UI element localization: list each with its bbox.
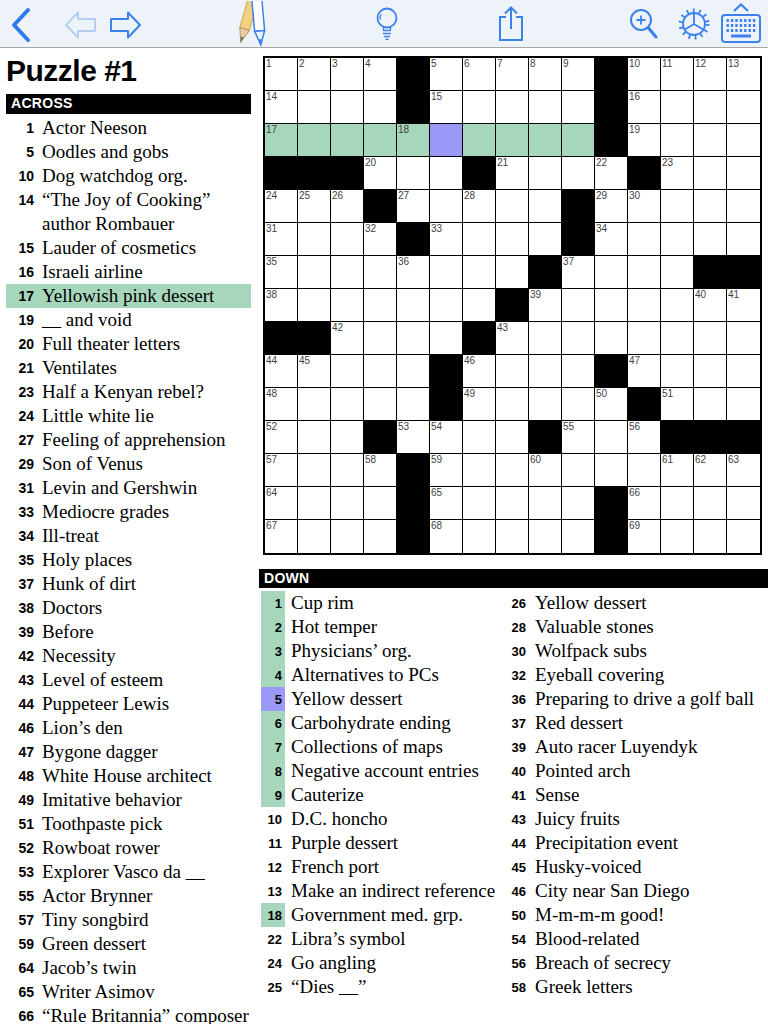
grid-cell[interactable] <box>562 322 595 355</box>
grid-cell[interactable] <box>727 124 760 157</box>
clue-9-down[interactable]: 9Cauterize <box>259 783 503 807</box>
grid-cell[interactable] <box>496 487 529 520</box>
clue-24-down[interactable]: 24Go angling <box>259 951 503 975</box>
grid-cell[interactable] <box>496 388 529 421</box>
grid-cell[interactable] <box>298 454 331 487</box>
grid-cell[interactable] <box>364 487 397 520</box>
clue-39-across[interactable]: 39Before <box>6 620 251 644</box>
grid-cell[interactable] <box>694 355 727 388</box>
grid-cell[interactable] <box>496 421 529 454</box>
grid-cell[interactable] <box>694 520 727 553</box>
grid-cell[interactable] <box>496 454 529 487</box>
clue-number: 30 <box>505 639 529 663</box>
grid-cell[interactable]: 36 <box>397 256 430 289</box>
grid-cell[interactable] <box>463 91 496 124</box>
grid-cell[interactable] <box>496 124 529 157</box>
redo-button[interactable] <box>108 10 142 43</box>
grid-cell[interactable] <box>628 289 661 322</box>
grid-cell[interactable]: 61 <box>661 454 694 487</box>
grid-cell[interactable] <box>364 91 397 124</box>
grid-cell[interactable] <box>463 124 496 157</box>
clue-4-down[interactable]: 4Alternatives to PCs <box>259 663 503 687</box>
gear-icon <box>675 5 713 43</box>
grid-cell[interactable] <box>595 256 628 289</box>
grid-cell[interactable]: 16 <box>628 91 661 124</box>
grid-cell[interactable] <box>463 256 496 289</box>
grid-cell[interactable]: 49 <box>463 388 496 421</box>
clue-48-across[interactable]: 48White House architect <box>6 764 251 788</box>
grid-cell[interactable]: 46 <box>463 355 496 388</box>
grid-cell[interactable] <box>496 355 529 388</box>
grid-cell[interactable] <box>430 124 463 157</box>
clue-33-across[interactable]: 33Mediocre grades <box>6 500 251 524</box>
grid-cell[interactable]: 31 <box>265 223 298 256</box>
grid-cell[interactable] <box>463 454 496 487</box>
grid-cell[interactable] <box>397 322 430 355</box>
clue-35-across[interactable]: 35Holy places <box>6 548 251 572</box>
clue-47-across[interactable]: 47Bygone dagger <box>6 740 251 764</box>
cell-number: 31 <box>266 223 277 235</box>
grid-cell[interactable] <box>298 487 331 520</box>
grid-cell[interactable] <box>298 91 331 124</box>
grid-cell-black <box>694 421 727 454</box>
down-header-label: DOWN <box>264 570 310 586</box>
keyboard-button[interactable] <box>720 3 762 48</box>
clue-text: Full theater letters <box>42 333 180 354</box>
grid-cell[interactable]: 34 <box>595 223 628 256</box>
cell-number: 58 <box>365 454 376 466</box>
grid-cell[interactable] <box>496 223 529 256</box>
grid-cell[interactable]: 60 <box>529 454 562 487</box>
grid-cell[interactable] <box>463 487 496 520</box>
grid-cell[interactable] <box>529 124 562 157</box>
grid-cell[interactable] <box>529 190 562 223</box>
clue-17-across[interactable]: 17Yellowish pink dessert <box>6 284 251 308</box>
clue-46-across[interactable]: 46Lion’s den <box>6 716 251 740</box>
clue-text: Writer Asimov <box>42 981 155 1002</box>
grid-cell[interactable] <box>562 454 595 487</box>
hint-button[interactable] <box>373 6 401 47</box>
grid-cell[interactable]: 17 <box>265 124 298 157</box>
grid-cell[interactable] <box>661 124 694 157</box>
cell-number: 60 <box>530 454 541 466</box>
grid-cell[interactable]: 54 <box>430 421 463 454</box>
clue-11-down[interactable]: 11Purple dessert <box>259 831 503 855</box>
grid-cell[interactable] <box>661 223 694 256</box>
clue-1-across[interactable]: 1Actor Neeson <box>6 116 251 140</box>
clue-55-across[interactable]: 55Actor Brynner <box>6 884 251 908</box>
grid-cell[interactable] <box>463 223 496 256</box>
grid-cell[interactable] <box>430 256 463 289</box>
grid-cell[interactable]: 13 <box>727 58 760 91</box>
clue-number: 44 <box>6 692 34 717</box>
clue-41-down[interactable]: 41Sense <box>503 783 768 807</box>
grid-cell[interactable] <box>529 157 562 190</box>
grid-cell[interactable]: 48 <box>265 388 298 421</box>
grid-cell[interactable]: 32 <box>364 223 397 256</box>
clue-52-across[interactable]: 52Rowboat rower <box>6 836 251 860</box>
grid-cell[interactable] <box>694 388 727 421</box>
clue-30-down[interactable]: 30Wolfpack subs <box>503 639 768 663</box>
clue-number: 9 <box>261 783 285 807</box>
grid-cell[interactable] <box>694 223 727 256</box>
clue-28-down[interactable]: 28Valuable stones <box>503 615 768 639</box>
clue-number: 13 <box>261 879 285 903</box>
clue-56-down[interactable]: 56Breach of secrecy <box>503 951 768 975</box>
clue-43-across[interactable]: 43Level of esteem <box>6 668 251 692</box>
grid-cell[interactable]: 57 <box>265 454 298 487</box>
grid-cell[interactable] <box>694 91 727 124</box>
grid-cell[interactable] <box>331 421 364 454</box>
clue-44-down[interactable]: 44Precipitation event <box>503 831 768 855</box>
grid-cell[interactable]: 29 <box>595 190 628 223</box>
grid-cell[interactable] <box>430 289 463 322</box>
grid-cell[interactable]: 64 <box>265 487 298 520</box>
clue-37-down[interactable]: 37Red dessert <box>503 711 768 735</box>
grid-cell[interactable] <box>628 256 661 289</box>
clue-29-across[interactable]: 29Son of Venus <box>6 452 251 476</box>
grid-cell[interactable] <box>364 256 397 289</box>
grid-cell[interactable] <box>562 289 595 322</box>
cell-number: 20 <box>365 157 376 169</box>
undo-button[interactable] <box>64 10 98 43</box>
grid-cell[interactable]: 67 <box>265 520 298 553</box>
grid-cell[interactable] <box>529 520 562 553</box>
grid-cell[interactable] <box>628 454 661 487</box>
grid-cell[interactable] <box>298 223 331 256</box>
clue-text: Juicy fruits <box>535 808 620 829</box>
grid-cell[interactable]: 12 <box>694 58 727 91</box>
grid-cell[interactable] <box>694 157 727 190</box>
clue-23-across[interactable]: 23Half a Kenyan rebel? <box>6 380 251 404</box>
clue-58-down[interactable]: 58Greek letters <box>503 975 768 999</box>
grid-cell[interactable]: 35 <box>265 256 298 289</box>
grid-cell[interactable]: 6 <box>463 58 496 91</box>
grid-cell[interactable] <box>364 520 397 553</box>
grid-cell[interactable] <box>661 256 694 289</box>
grid-cell[interactable]: 62 <box>694 454 727 487</box>
clue-36-down[interactable]: 36Preparing to drive a golf ball <box>503 687 768 711</box>
grid-cell[interactable] <box>331 124 364 157</box>
grid-cell[interactable]: 41 <box>727 289 760 322</box>
grid-cell[interactable]: 24 <box>265 190 298 223</box>
clue-16-across[interactable]: 16Israeli airline <box>6 260 251 284</box>
grid-cell[interactable] <box>529 223 562 256</box>
share-button[interactable] <box>496 5 526 46</box>
zoom-button[interactable] <box>628 7 660 44</box>
grid-cell[interactable]: 65 <box>430 487 463 520</box>
clue-8-down[interactable]: 8Negative account entries <box>259 759 503 783</box>
grid-cell[interactable] <box>562 487 595 520</box>
grid-cell[interactable]: 38 <box>265 289 298 322</box>
grid-cell[interactable] <box>562 355 595 388</box>
grid-cell[interactable]: 42 <box>331 322 364 355</box>
grid-cell-black <box>397 58 430 91</box>
grid-cell[interactable] <box>694 322 727 355</box>
clue-37-across[interactable]: 37Hunk of dirt <box>6 572 251 596</box>
grid-cell[interactable]: 58 <box>364 454 397 487</box>
clue-26-down[interactable]: 26Yellow dessert <box>503 591 768 615</box>
grid-cell[interactable] <box>628 223 661 256</box>
grid-cell[interactable] <box>397 289 430 322</box>
grid-cell[interactable] <box>694 124 727 157</box>
grid-cell[interactable] <box>298 421 331 454</box>
grid-cell[interactable] <box>529 91 562 124</box>
grid-cell[interactable] <box>562 91 595 124</box>
grid-cell[interactable]: 2 <box>298 58 331 91</box>
clue-53-across[interactable]: 53Explorer Vasco da __ <box>6 860 251 884</box>
grid-cell[interactable] <box>397 388 430 421</box>
clue-2-down[interactable]: 2Hot temper <box>259 615 503 639</box>
clue-43-down[interactable]: 43Juicy fruits <box>503 807 768 831</box>
grid-cell[interactable] <box>694 487 727 520</box>
grid-cell[interactable]: 22 <box>595 157 628 190</box>
grid-cell[interactable]: 50 <box>595 388 628 421</box>
grid-cell[interactable]: 18 <box>397 124 430 157</box>
grid-cell[interactable] <box>463 289 496 322</box>
grid-cell[interactable] <box>727 355 760 388</box>
clue-64-across[interactable]: 64Jacob’s twin <box>6 956 251 980</box>
grid-cell[interactable] <box>496 190 529 223</box>
clue-12-down[interactable]: 12French port <box>259 855 503 879</box>
grid-cell[interactable] <box>298 124 331 157</box>
grid-cell[interactable] <box>496 91 529 124</box>
clue-number: 65 <box>6 980 34 1005</box>
grid-cell[interactable]: 15 <box>430 91 463 124</box>
clue-13-down[interactable]: 13Make an indirect reference <box>259 879 503 903</box>
grid-cell[interactable] <box>331 487 364 520</box>
grid-cell[interactable]: 11 <box>661 58 694 91</box>
grid-cell[interactable]: 66 <box>628 487 661 520</box>
grid-cell[interactable] <box>298 289 331 322</box>
cell-number: 14 <box>266 91 277 103</box>
clue-7-down[interactable]: 7Collections of maps <box>259 735 503 759</box>
clue-34-across[interactable]: 34Ill-treat <box>6 524 251 548</box>
clue-1-down[interactable]: 1Cup rim <box>259 591 503 615</box>
clue-31-across[interactable]: 31Levin and Gershwin <box>6 476 251 500</box>
grid-cell[interactable] <box>727 322 760 355</box>
grid-cell[interactable] <box>430 157 463 190</box>
grid-cell[interactable] <box>661 289 694 322</box>
grid-cell[interactable] <box>364 388 397 421</box>
grid-cell[interactable] <box>727 157 760 190</box>
grid-cell[interactable]: 7 <box>496 58 529 91</box>
grid-cell[interactable]: 20 <box>364 157 397 190</box>
grid-cell[interactable] <box>661 322 694 355</box>
clue-15-across[interactable]: 15Lauder of cosmetics <box>6 236 251 260</box>
grid-cell[interactable] <box>628 322 661 355</box>
grid-cell[interactable] <box>331 289 364 322</box>
grid-cell[interactable] <box>562 388 595 421</box>
grid-cell[interactable] <box>727 388 760 421</box>
grid-cell[interactable]: 37 <box>562 256 595 289</box>
grid-cell[interactable] <box>430 322 463 355</box>
clue-42-across[interactable]: 42Necessity <box>6 644 251 668</box>
clue-number: 24 <box>261 951 285 975</box>
grid-cell[interactable]: 25 <box>298 190 331 223</box>
grid-cell[interactable]: 27 <box>397 190 430 223</box>
cell-number: 9 <box>563 58 569 70</box>
grid-cell[interactable] <box>298 520 331 553</box>
grid-cell[interactable]: 68 <box>430 520 463 553</box>
clue-45-down[interactable]: 45Husky-voiced <box>503 855 768 879</box>
grid-cell-black <box>562 190 595 223</box>
clue-40-down[interactable]: 40Pointed arch <box>503 759 768 783</box>
clue-65-across[interactable]: 65Writer Asimov <box>6 980 251 1004</box>
grid-cell[interactable]: 26 <box>331 190 364 223</box>
grid-cell[interactable]: 5 <box>430 58 463 91</box>
cell-number: 61 <box>662 454 673 466</box>
grid-cell[interactable] <box>529 487 562 520</box>
grid-cell[interactable] <box>364 322 397 355</box>
clue-24-across[interactable]: 24Little white lie <box>6 404 251 428</box>
grid-cell[interactable] <box>331 454 364 487</box>
clue-20-across[interactable]: 20Full theater letters <box>6 332 251 356</box>
clue-10-across[interactable]: 10Dog watchdog org. <box>6 164 251 188</box>
clue-21-across[interactable]: 21Ventilates <box>6 356 251 380</box>
grid-cell[interactable] <box>364 289 397 322</box>
clue-19-across[interactable]: 19__ and void <box>6 308 251 332</box>
grid-cell[interactable]: 39 <box>529 289 562 322</box>
grid-cell[interactable] <box>595 322 628 355</box>
grid-cell[interactable]: 53 <box>397 421 430 454</box>
grid-cell[interactable] <box>661 91 694 124</box>
grid-cell[interactable]: 3 <box>331 58 364 91</box>
grid-cell[interactable]: 14 <box>265 91 298 124</box>
clue-54-down[interactable]: 54Blood-related <box>503 927 768 951</box>
grid-cell[interactable]: 4 <box>364 58 397 91</box>
clue-46-down[interactable]: 46City near San Diego <box>503 879 768 903</box>
grid-cell[interactable] <box>397 355 430 388</box>
grid-cell[interactable]: 40 <box>694 289 727 322</box>
clue-59-across[interactable]: 59Green dessert <box>6 932 251 956</box>
clue-44-across[interactable]: 44Puppeteer Lewis <box>6 692 251 716</box>
clue-number: 40 <box>505 759 529 783</box>
grid-cell[interactable] <box>331 388 364 421</box>
grid-cell[interactable] <box>298 256 331 289</box>
grid-cell[interactable]: 56 <box>628 421 661 454</box>
clue-3-down[interactable]: 3Physicians’ org. <box>259 639 503 663</box>
clue-49-across[interactable]: 49Imitative behavior <box>6 788 251 812</box>
grid-cell[interactable] <box>364 124 397 157</box>
cell-number: 2 <box>299 58 305 70</box>
settings-button[interactable] <box>675 5 713 46</box>
cell-number: 18 <box>398 124 409 136</box>
grid-cell[interactable] <box>562 124 595 157</box>
grid-cell[interactable]: 52 <box>265 421 298 454</box>
clue-25-down[interactable]: 25“Dies __” <box>259 975 503 999</box>
grid-cell[interactable] <box>496 256 529 289</box>
grid-cell[interactable]: 21 <box>496 157 529 190</box>
grid-cell[interactable]: 51 <box>661 388 694 421</box>
grid-cell[interactable]: 69 <box>628 520 661 553</box>
clue-32-down[interactable]: 32Eyeball covering <box>503 663 768 687</box>
grid-cell[interactable] <box>562 520 595 553</box>
grid-cell[interactable] <box>727 91 760 124</box>
grid-cell[interactable] <box>595 289 628 322</box>
back-button[interactable] <box>10 7 32 46</box>
grid-cell[interactable] <box>595 421 628 454</box>
grid-cell[interactable]: 9 <box>562 58 595 91</box>
clue-57-across[interactable]: 57Tiny songbird <box>6 908 251 932</box>
grid-cell-black <box>496 289 529 322</box>
grid-cell[interactable]: 8 <box>529 58 562 91</box>
clue-5-down[interactable]: 5Yellow dessert <box>259 687 503 711</box>
grid-cell[interactable]: 55 <box>562 421 595 454</box>
clue-66-across[interactable]: 66“Rule Britannia” composer <box>6 1004 251 1024</box>
grid-cell[interactable] <box>397 157 430 190</box>
grid-cell[interactable] <box>595 454 628 487</box>
clue-27-across[interactable]: 27Feeling of apprehension <box>6 428 251 452</box>
grid-cell[interactable] <box>727 223 760 256</box>
grid-cell[interactable] <box>529 322 562 355</box>
grid-cell[interactable]: 45 <box>298 355 331 388</box>
pencil-button[interactable] <box>226 1 278 50</box>
clue-text: Necessity <box>42 645 116 666</box>
grid-cell[interactable]: 10 <box>628 58 661 91</box>
grid-cell[interactable]: 44 <box>265 355 298 388</box>
grid-cell[interactable] <box>661 355 694 388</box>
grid-cell[interactable]: 47 <box>628 355 661 388</box>
grid-cell[interactable] <box>529 355 562 388</box>
grid-cell[interactable]: 63 <box>727 454 760 487</box>
grid-cell[interactable]: 30 <box>628 190 661 223</box>
clue-5-across[interactable]: 5Oodles and gobs <box>6 140 251 164</box>
grid-cell[interactable] <box>331 256 364 289</box>
clue-text: Yellowish pink dessert <box>42 285 214 306</box>
grid-cell[interactable] <box>694 190 727 223</box>
grid-cell[interactable] <box>562 157 595 190</box>
grid-cell[interactable] <box>331 520 364 553</box>
clue-6-down[interactable]: 6Carbohydrate ending <box>259 711 503 735</box>
clue-22-down[interactable]: 22Libra’s symbol <box>259 927 503 951</box>
grid-cell[interactable] <box>331 355 364 388</box>
grid-cell[interactable]: 43 <box>496 322 529 355</box>
clue-50-down[interactable]: 50M-m-m-m good! <box>503 903 768 927</box>
grid-cell[interactable]: 1 <box>265 58 298 91</box>
grid-cell[interactable]: 33 <box>430 223 463 256</box>
grid-cell[interactable] <box>727 520 760 553</box>
grid-cell[interactable] <box>496 520 529 553</box>
clue-10-down[interactable]: 10D.C. honcho <box>259 807 503 831</box>
clue-text: Level of esteem <box>42 669 163 690</box>
grid-cell[interactable]: 59 <box>430 454 463 487</box>
grid-cell[interactable] <box>364 355 397 388</box>
grid-cell[interactable] <box>727 487 760 520</box>
grid-cell[interactable] <box>727 190 760 223</box>
clue-18-down[interactable]: 18Government med. grp. <box>259 903 503 927</box>
clue-38-across[interactable]: 38Doctors <box>6 596 251 620</box>
clue-14-across[interactable]: 14“The Joy of Cooking” author Rombauer <box>6 188 251 236</box>
grid-cell[interactable] <box>331 91 364 124</box>
grid-cell[interactable] <box>463 520 496 553</box>
clue-39-down[interactable]: 39Auto racer Luyendyk <box>503 735 768 759</box>
grid-cell[interactable] <box>298 388 331 421</box>
grid-cell[interactable] <box>331 223 364 256</box>
grid-cell[interactable]: 23 <box>661 157 694 190</box>
grid-cell[interactable] <box>661 190 694 223</box>
undo-arrow-icon <box>64 10 98 40</box>
grid-cell[interactable]: 28 <box>463 190 496 223</box>
grid-cell[interactable] <box>463 421 496 454</box>
grid-cell[interactable] <box>661 520 694 553</box>
grid-cell[interactable] <box>661 487 694 520</box>
grid-cell[interactable] <box>430 190 463 223</box>
clue-51-across[interactable]: 51Toothpaste pick <box>6 812 251 836</box>
grid-cell[interactable] <box>529 388 562 421</box>
clue-number: 47 <box>6 740 34 765</box>
grid-cell[interactable]: 19 <box>628 124 661 157</box>
